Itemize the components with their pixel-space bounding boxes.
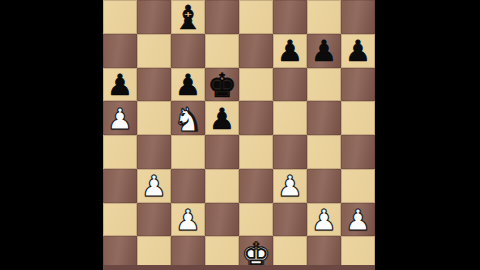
square-f7: ♟ (273, 34, 307, 68)
black-pawn-g7: ♟ (311, 37, 337, 66)
square-g3 (307, 169, 341, 203)
square-c3 (171, 169, 205, 203)
square-c4 (171, 135, 205, 169)
black-king-d6: ♚ (207, 69, 237, 102)
square-g2: ♟ (307, 203, 341, 237)
square-f3: ♟ (273, 169, 307, 203)
square-a7 (103, 34, 137, 68)
square-f6 (273, 68, 307, 102)
square-h8 (341, 0, 375, 34)
square-a4 (103, 135, 137, 169)
square-a5: ♟ (103, 101, 137, 135)
square-c6: ♟ (171, 68, 205, 102)
square-a3 (103, 169, 137, 203)
video-frame: ♝♟♟♟♟♟♚♟♞♟♟♟♟♟♟♚ (0, 0, 480, 270)
square-b3: ♟ (137, 169, 171, 203)
square-g8 (307, 0, 341, 34)
black-pawn-a6: ♟ (107, 71, 133, 100)
square-h5 (341, 101, 375, 135)
square-c5: ♞ (171, 101, 205, 135)
square-g4 (307, 135, 341, 169)
square-e8 (239, 0, 273, 34)
square-b7 (137, 34, 171, 68)
square-b5 (137, 101, 171, 135)
square-d7 (205, 34, 239, 68)
chessboard: ♝♟♟♟♟♟♚♟♞♟♟♟♟♟♟♚ (103, 0, 375, 270)
square-e4 (239, 135, 273, 169)
square-e7 (239, 34, 273, 68)
white-pawn-b3: ♟ (141, 172, 167, 201)
square-e2 (239, 203, 273, 237)
square-e6 (239, 68, 273, 102)
black-pawn-h7: ♟ (345, 37, 371, 66)
square-g6 (307, 68, 341, 102)
letterbox-right (375, 0, 480, 270)
board-bottom-edge (103, 265, 375, 270)
square-d2 (205, 203, 239, 237)
square-f4 (273, 135, 307, 169)
square-c8: ♝ (171, 0, 205, 34)
square-d5: ♟ (205, 101, 239, 135)
square-b6 (137, 68, 171, 102)
letterbox-left (0, 0, 103, 270)
square-d6: ♚ (205, 68, 239, 102)
white-knight-c5: ♞ (173, 103, 203, 136)
black-pawn-f7: ♟ (277, 37, 303, 66)
square-g7: ♟ (307, 34, 341, 68)
square-c2: ♟ (171, 203, 205, 237)
square-d8 (205, 0, 239, 34)
square-h4 (341, 135, 375, 169)
white-pawn-g2: ♟ (311, 206, 337, 235)
square-c7 (171, 34, 205, 68)
square-d4 (205, 135, 239, 169)
square-h3 (341, 169, 375, 203)
square-e5 (239, 101, 273, 135)
white-pawn-c2: ♟ (175, 206, 201, 235)
square-f5 (273, 101, 307, 135)
square-g5 (307, 101, 341, 135)
square-a8 (103, 0, 137, 34)
square-a2 (103, 203, 137, 237)
white-pawn-a5: ♟ (107, 105, 133, 134)
square-b8 (137, 0, 171, 34)
square-f8 (273, 0, 307, 34)
square-h7: ♟ (341, 34, 375, 68)
white-pawn-h2: ♟ (345, 206, 371, 235)
square-e3 (239, 169, 273, 203)
black-bishop-c8: ♝ (173, 1, 203, 34)
square-h6 (341, 68, 375, 102)
square-f2 (273, 203, 307, 237)
square-d3 (205, 169, 239, 203)
square-h2: ♟ (341, 203, 375, 237)
black-pawn-d5: ♟ (209, 105, 235, 134)
square-a6: ♟ (103, 68, 137, 102)
white-pawn-f3: ♟ (277, 172, 303, 201)
square-b2 (137, 203, 171, 237)
black-pawn-c6: ♟ (175, 71, 201, 100)
square-b4 (137, 135, 171, 169)
